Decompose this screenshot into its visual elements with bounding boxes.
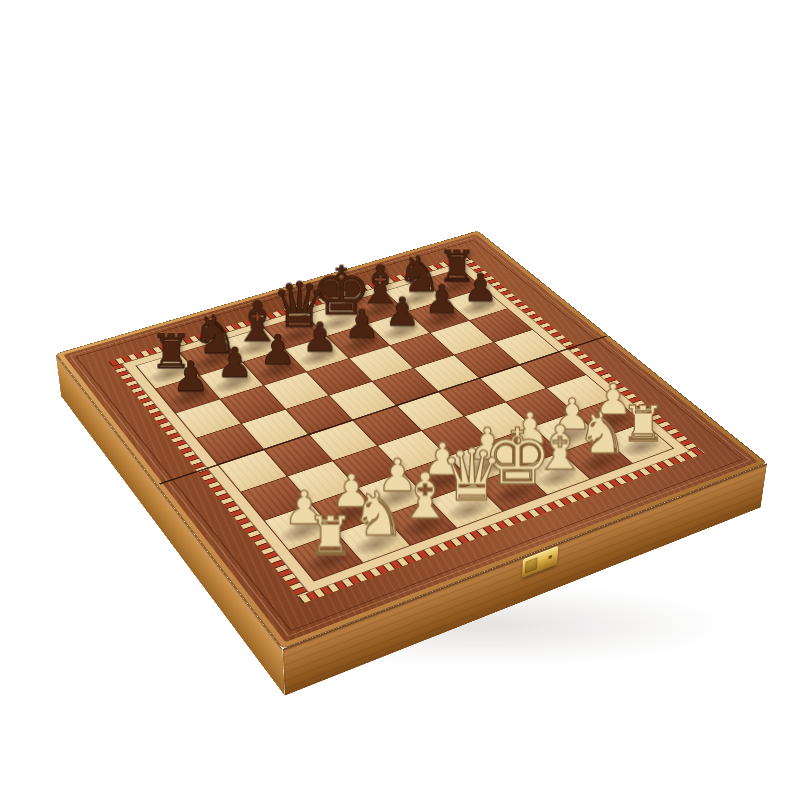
latch-catch: [525, 557, 538, 574]
piece-black-pawn: ♟: [146, 356, 235, 398]
chess-box: ♜♞♝♛♚♝♞♜♟♟♟♟♟♟♟♟♟♟♟♟♟♟♟♟♜♞♝♛♚♝♞♜: [56, 231, 768, 649]
product-photo: ♜♞♝♛♚♝♞♜♟♟♟♟♟♟♟♟♟♟♟♟♟♟♟♟♜♞♝♛♚♝♞♜: [0, 0, 800, 800]
piece-white-rook: ♜: [280, 508, 381, 562]
board-top-face: ♜♞♝♛♚♝♞♜♟♟♟♟♟♟♟♟♟♟♟♟♟♟♟♟♜♞♝♛♚♝♞♜: [56, 231, 768, 649]
latch-screw: [548, 555, 552, 560]
